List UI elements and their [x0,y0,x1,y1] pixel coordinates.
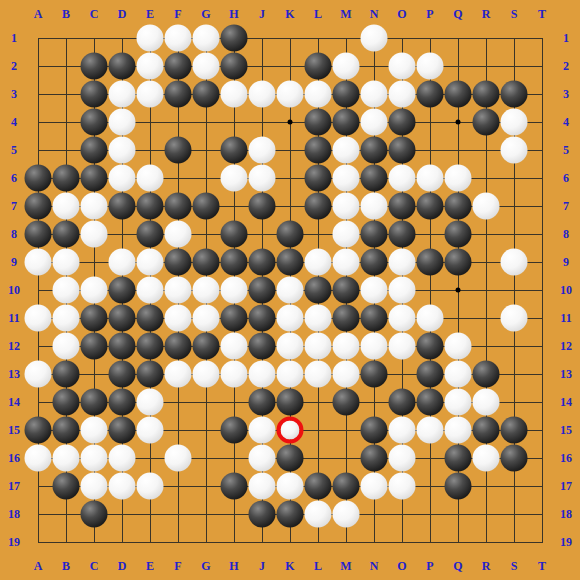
stone-black[interactable] [249,501,276,528]
stone-white[interactable] [221,81,248,108]
stone-black[interactable] [137,221,164,248]
stone-white[interactable] [81,277,108,304]
col-label-top: Q [453,8,462,20]
stone-black[interactable] [109,277,136,304]
stone-white[interactable] [445,165,472,192]
col-label-bottom: A [34,560,43,572]
stone-white[interactable] [473,445,500,472]
stone-black[interactable] [81,333,108,360]
row-label-left: 2 [11,60,17,72]
stone-black[interactable] [445,193,472,220]
stone-black[interactable] [305,137,332,164]
stone-white[interactable] [137,277,164,304]
stone-white[interactable] [81,445,108,472]
col-label-top: N [370,8,379,20]
col-label-bottom: D [118,560,127,572]
stone-black[interactable] [333,81,360,108]
col-label-bottom: J [259,560,265,572]
stone-white[interactable] [165,25,192,52]
stone-black[interactable] [417,193,444,220]
row-label-left: 9 [11,256,17,268]
stone-black[interactable] [221,305,248,332]
stone-black[interactable] [305,53,332,80]
stone-white[interactable] [501,305,528,332]
col-label-bottom: F [174,560,181,572]
stone-white[interactable] [333,333,360,360]
col-label-bottom: K [285,560,294,572]
stone-black[interactable] [249,333,276,360]
stone-white[interactable] [81,221,108,248]
stone-white[interactable] [389,53,416,80]
col-label-bottom: E [146,560,154,572]
star-point [456,288,461,293]
stone-black[interactable] [81,165,108,192]
row-label-right: 15 [560,424,572,436]
stone-black[interactable] [25,221,52,248]
stone-white[interactable] [193,361,220,388]
grid-line [38,542,543,543]
stone-white[interactable] [277,361,304,388]
stone-black[interactable] [333,305,360,332]
stone-black[interactable] [81,501,108,528]
row-label-left: 4 [11,116,17,128]
stone-black[interactable] [221,137,248,164]
col-label-top: K [285,8,294,20]
star-point [288,120,293,125]
stone-white[interactable] [25,305,52,332]
stone-white[interactable] [109,445,136,472]
stone-black[interactable] [389,193,416,220]
stone-black[interactable] [25,193,52,220]
stone-black[interactable] [417,361,444,388]
stone-white[interactable] [333,137,360,164]
stone-white[interactable] [25,361,52,388]
stone-white[interactable] [389,333,416,360]
stone-white[interactable] [249,417,276,444]
stone-black[interactable] [361,249,388,276]
stone-white[interactable] [277,473,304,500]
col-label-top: G [201,8,210,20]
stone-black[interactable] [109,417,136,444]
stone-black[interactable] [221,417,248,444]
stone-white[interactable] [165,361,192,388]
stone-black[interactable] [501,81,528,108]
stone-black[interactable] [277,221,304,248]
stone-black[interactable] [445,445,472,472]
stone-black[interactable] [445,81,472,108]
row-label-left: 8 [11,228,17,240]
stone-black[interactable] [305,165,332,192]
col-label-top: L [314,8,322,20]
col-label-bottom: H [229,560,238,572]
stone-white[interactable] [109,165,136,192]
stone-black[interactable] [277,389,304,416]
col-label-bottom: R [482,560,491,572]
stone-white[interactable] [137,25,164,52]
stone-white[interactable] [221,333,248,360]
stone-black[interactable] [221,221,248,248]
stone-white[interactable] [389,305,416,332]
stone-black[interactable] [305,193,332,220]
stone-black[interactable] [501,445,528,472]
stone-black[interactable] [361,305,388,332]
stone-white[interactable] [333,501,360,528]
stone-black[interactable] [53,417,80,444]
stone-white[interactable] [81,473,108,500]
stone-black[interactable] [361,165,388,192]
stone-white[interactable] [137,165,164,192]
stone-white[interactable] [53,249,80,276]
stone-white[interactable] [25,445,52,472]
stone-white[interactable] [109,473,136,500]
stone-black[interactable] [165,137,192,164]
stone-white[interactable] [361,81,388,108]
row-label-left: 12 [8,340,20,352]
stone-black[interactable] [305,277,332,304]
row-label-left: 17 [8,480,20,492]
stone-white[interactable] [389,277,416,304]
row-label-left: 3 [11,88,17,100]
col-label-top: S [511,8,518,20]
stone-black[interactable] [81,53,108,80]
stone-white[interactable] [109,137,136,164]
stone-white[interactable] [361,193,388,220]
row-label-right: 6 [563,172,569,184]
row-label-right: 10 [560,284,572,296]
stone-white[interactable] [249,165,276,192]
stone-white[interactable] [389,445,416,472]
row-label-right: 3 [563,88,569,100]
row-label-left: 6 [11,172,17,184]
stone-black[interactable] [137,333,164,360]
stone-black[interactable] [249,305,276,332]
stone-black[interactable] [81,305,108,332]
row-label-left: 5 [11,144,17,156]
stone-white[interactable] [501,249,528,276]
stone-black[interactable] [361,445,388,472]
stone-white[interactable] [389,249,416,276]
stone-white[interactable] [221,277,248,304]
grid-line [542,38,543,543]
stone-white[interactable] [473,389,500,416]
stone-white[interactable] [193,25,220,52]
row-label-left: 11 [8,312,19,324]
col-label-bottom: N [370,560,379,572]
stone-black[interactable] [25,417,52,444]
stone-white[interactable] [445,361,472,388]
row-label-right: 17 [560,480,572,492]
stone-white[interactable] [501,137,528,164]
stone-white[interactable] [389,417,416,444]
stone-white[interactable] [277,81,304,108]
row-label-right: 4 [563,116,569,128]
row-label-right: 12 [560,340,572,352]
stone-black[interactable] [137,361,164,388]
col-label-bottom: L [314,560,322,572]
col-label-top: C [90,8,99,20]
stone-white[interactable] [305,81,332,108]
stone-black[interactable] [417,333,444,360]
col-label-top: O [397,8,406,20]
col-label-bottom: T [538,560,546,572]
last-move-stone[interactable] [277,417,304,444]
stone-black[interactable] [165,333,192,360]
stone-black[interactable] [473,417,500,444]
row-label-left: 15 [8,424,20,436]
stone-black[interactable] [165,53,192,80]
stone-white[interactable] [333,193,360,220]
stone-black[interactable] [417,389,444,416]
row-label-right: 11 [560,312,571,324]
stone-white[interactable] [361,25,388,52]
row-label-right: 13 [560,368,572,380]
stone-black[interactable] [53,389,80,416]
stone-black[interactable] [165,81,192,108]
row-label-left: 13 [8,368,20,380]
row-label-left: 16 [8,452,20,464]
stone-white[interactable] [25,249,52,276]
col-label-bottom: S [511,560,518,572]
stone-black[interactable] [109,53,136,80]
stone-white[interactable] [333,221,360,248]
stone-black[interactable] [361,417,388,444]
stone-white[interactable] [277,305,304,332]
stone-black[interactable] [473,81,500,108]
col-label-top: H [229,8,238,20]
stone-white[interactable] [417,53,444,80]
col-label-top: F [174,8,181,20]
stone-black[interactable] [445,473,472,500]
stone-black[interactable] [81,109,108,136]
stone-white[interactable] [305,249,332,276]
stone-black[interactable] [193,249,220,276]
stone-white[interactable] [137,473,164,500]
stone-black[interactable] [249,249,276,276]
stone-black[interactable] [81,137,108,164]
stone-white[interactable] [389,165,416,192]
stone-black[interactable] [417,81,444,108]
stone-black[interactable] [81,389,108,416]
col-label-bottom: O [397,560,406,572]
stone-black[interactable] [193,333,220,360]
stone-black[interactable] [333,389,360,416]
row-label-left: 10 [8,284,20,296]
row-label-right: 5 [563,144,569,156]
stone-black[interactable] [109,361,136,388]
stone-black[interactable] [333,277,360,304]
row-label-left: 14 [8,396,20,408]
stone-white[interactable] [109,249,136,276]
stone-black[interactable] [165,249,192,276]
stone-black[interactable] [361,137,388,164]
col-label-bottom: P [426,560,433,572]
stone-black[interactable] [249,277,276,304]
stone-white[interactable] [193,305,220,332]
stone-black[interactable] [109,333,136,360]
stone-white[interactable] [165,221,192,248]
stone-white[interactable] [305,305,332,332]
stone-white[interactable] [361,473,388,500]
row-label-left: 19 [8,536,20,548]
row-label-right: 14 [560,396,572,408]
stone-white[interactable] [53,305,80,332]
row-label-right: 19 [560,536,572,548]
stone-black[interactable] [473,109,500,136]
stone-white[interactable] [165,277,192,304]
col-label-bottom: B [62,560,70,572]
stone-white[interactable] [81,193,108,220]
stone-black[interactable] [221,249,248,276]
stone-white[interactable] [445,333,472,360]
stone-black[interactable] [137,305,164,332]
stone-white[interactable] [249,81,276,108]
stone-black[interactable] [81,81,108,108]
stone-black[interactable] [137,193,164,220]
stone-white[interactable] [221,165,248,192]
row-label-right: 1 [563,32,569,44]
col-label-top: P [426,8,433,20]
stone-black[interactable] [389,109,416,136]
stone-white[interactable] [277,333,304,360]
go-board: AABBCCDDEEFFGGHHJJKKLLMMNNOOPPQQRRSSTT11… [0,0,580,580]
col-label-top: T [538,8,546,20]
stone-black[interactable] [109,305,136,332]
stone-black[interactable] [53,361,80,388]
stone-white[interactable] [137,81,164,108]
stone-black[interactable] [389,389,416,416]
stone-black[interactable] [109,389,136,416]
row-label-right: 16 [560,452,572,464]
stone-black[interactable] [193,81,220,108]
stone-white[interactable] [137,249,164,276]
stone-white[interactable] [417,165,444,192]
stone-white[interactable] [53,445,80,472]
col-label-bottom: M [340,560,351,572]
stone-black[interactable] [277,249,304,276]
stone-black[interactable] [109,193,136,220]
stone-black[interactable] [53,221,80,248]
stone-white[interactable] [417,305,444,332]
col-label-top: A [34,8,43,20]
stone-black[interactable] [221,53,248,80]
col-label-bottom: G [201,560,210,572]
row-label-left: 18 [8,508,20,520]
stone-white[interactable] [165,445,192,472]
stone-black[interactable] [445,221,472,248]
stone-black[interactable] [361,221,388,248]
stone-white[interactable] [221,361,248,388]
stone-black[interactable] [473,361,500,388]
row-label-right: 7 [563,200,569,212]
stone-white[interactable] [501,109,528,136]
stone-white[interactable] [193,277,220,304]
stone-white[interactable] [137,389,164,416]
stone-white[interactable] [305,501,332,528]
stone-white[interactable] [445,417,472,444]
stone-white[interactable] [333,165,360,192]
stone-black[interactable] [305,109,332,136]
stone-white[interactable] [305,333,332,360]
stone-white[interactable] [53,333,80,360]
stone-white[interactable] [417,417,444,444]
star-point [456,120,461,125]
stone-black[interactable] [333,109,360,136]
col-label-top: D [118,8,127,20]
col-label-top: R [482,8,491,20]
row-label-right: 9 [563,256,569,268]
stone-white[interactable] [473,193,500,220]
stone-black[interactable] [165,193,192,220]
stone-white[interactable] [249,361,276,388]
stone-white[interactable] [445,389,472,416]
stone-black[interactable] [249,389,276,416]
stone-white[interactable] [361,109,388,136]
stone-black[interactable] [53,473,80,500]
stone-white[interactable] [249,473,276,500]
stone-white[interactable] [389,473,416,500]
stone-white[interactable] [333,361,360,388]
stone-black[interactable] [305,473,332,500]
stone-white[interactable] [81,417,108,444]
stone-white[interactable] [137,53,164,80]
stone-white[interactable] [305,361,332,388]
stone-black[interactable] [53,165,80,192]
stone-white[interactable] [165,305,192,332]
stone-black[interactable] [361,361,388,388]
stone-white[interactable] [193,53,220,80]
stone-white[interactable] [109,81,136,108]
stone-black[interactable] [277,445,304,472]
stone-black[interactable] [277,501,304,528]
grid-line [430,38,431,543]
row-label-right: 8 [563,228,569,240]
stone-white[interactable] [109,109,136,136]
col-label-bottom: Q [453,560,462,572]
stone-white[interactable] [389,81,416,108]
stone-black[interactable] [249,193,276,220]
stone-black[interactable] [417,249,444,276]
stone-white[interactable] [333,53,360,80]
stone-white[interactable] [361,277,388,304]
stone-white[interactable] [277,277,304,304]
col-label-top: M [340,8,351,20]
stone-white[interactable] [361,333,388,360]
stone-black[interactable] [193,193,220,220]
stone-black[interactable] [25,165,52,192]
col-label-top: J [259,8,265,20]
stone-black[interactable] [445,249,472,276]
row-label-right: 2 [563,60,569,72]
stone-white[interactable] [333,249,360,276]
col-label-bottom: C [90,560,99,572]
stone-black[interactable] [389,221,416,248]
stone-white[interactable] [137,417,164,444]
stone-black[interactable] [389,137,416,164]
row-label-right: 18 [560,508,572,520]
stone-white[interactable] [53,193,80,220]
stone-black[interactable] [333,473,360,500]
col-label-top: B [62,8,70,20]
col-label-top: E [146,8,154,20]
stone-white[interactable] [53,277,80,304]
stone-black[interactable] [501,417,528,444]
stone-black[interactable] [221,473,248,500]
row-label-left: 7 [11,200,17,212]
stone-black[interactable] [221,25,248,52]
row-label-left: 1 [11,32,17,44]
stone-white[interactable] [249,137,276,164]
stone-white[interactable] [249,445,276,472]
